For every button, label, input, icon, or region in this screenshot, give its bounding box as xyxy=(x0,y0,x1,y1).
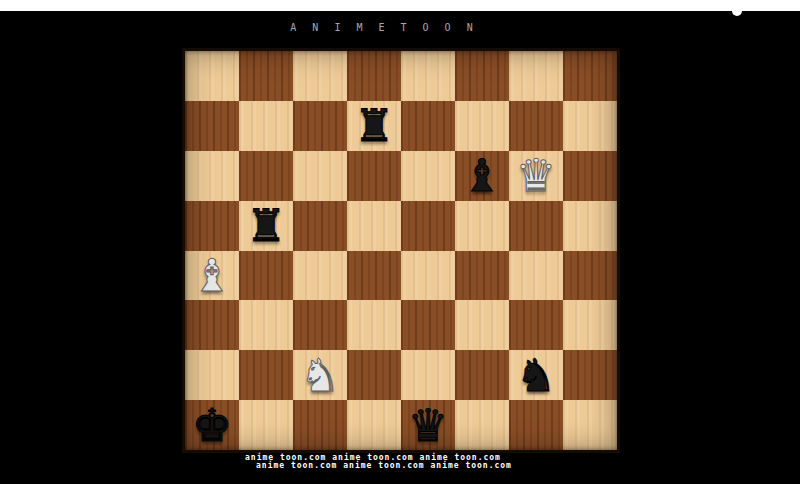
square-a7[interactable] xyxy=(185,101,239,151)
square-c7[interactable] xyxy=(293,101,347,151)
square-f6[interactable]: ♝ xyxy=(455,151,509,201)
square-b5[interactable]: ♜ xyxy=(239,201,293,251)
piece-black-rook-d7[interactable]: ♜ xyxy=(347,101,401,151)
square-c3[interactable] xyxy=(293,300,347,350)
square-f8[interactable] xyxy=(455,51,509,101)
piece-black-rook-b5[interactable]: ♜ xyxy=(239,201,293,251)
square-f5[interactable] xyxy=(455,201,509,251)
square-b2[interactable] xyxy=(239,350,293,400)
square-a2[interactable] xyxy=(185,350,239,400)
square-c4[interactable] xyxy=(293,251,347,301)
square-f2[interactable] xyxy=(455,350,509,400)
square-e4[interactable] xyxy=(401,251,455,301)
square-h3[interactable] xyxy=(563,300,617,350)
top-white-bar xyxy=(0,0,800,11)
piece-white-knight-c2[interactable]: ♞ xyxy=(293,350,347,400)
square-f1[interactable] xyxy=(455,400,509,450)
site-title: A N I M E T O O N xyxy=(0,22,768,33)
square-f4[interactable] xyxy=(455,251,509,301)
square-b4[interactable] xyxy=(239,251,293,301)
square-a6[interactable] xyxy=(185,151,239,201)
square-d3[interactable] xyxy=(347,300,401,350)
square-g5[interactable] xyxy=(509,201,563,251)
square-f7[interactable] xyxy=(455,101,509,151)
square-g3[interactable] xyxy=(509,300,563,350)
square-c2[interactable]: ♞ xyxy=(293,350,347,400)
square-a5[interactable] xyxy=(185,201,239,251)
square-e3[interactable] xyxy=(401,300,455,350)
piece-black-knight-g2[interactable]: ♞ xyxy=(509,350,563,400)
top-right-glyph-artifact xyxy=(732,11,742,16)
square-d4[interactable] xyxy=(347,251,401,301)
square-d2[interactable] xyxy=(347,350,401,400)
piece-black-king-a1[interactable]: ♚ xyxy=(185,400,239,450)
square-c8[interactable] xyxy=(293,51,347,101)
square-e6[interactable] xyxy=(401,151,455,201)
piece-black-bishop-f6[interactable]: ♝ xyxy=(455,151,509,201)
square-e2[interactable] xyxy=(401,350,455,400)
square-a3[interactable] xyxy=(185,300,239,350)
square-h6[interactable] xyxy=(563,151,617,201)
square-g1[interactable] xyxy=(509,400,563,450)
square-h8[interactable] xyxy=(563,51,617,101)
square-a8[interactable] xyxy=(185,51,239,101)
square-d5[interactable] xyxy=(347,201,401,251)
piece-black-queen-e1[interactable]: ♛ xyxy=(401,400,455,450)
square-g7[interactable] xyxy=(509,101,563,151)
square-g2[interactable]: ♞ xyxy=(509,350,563,400)
chess-board-frame: ♜♝♛♜♝♞♞♚♛ xyxy=(182,48,620,453)
square-d1[interactable] xyxy=(347,400,401,450)
square-h5[interactable] xyxy=(563,201,617,251)
piece-white-bishop-a4[interactable]: ♝ xyxy=(185,251,239,301)
square-e5[interactable] xyxy=(401,201,455,251)
square-d6[interactable] xyxy=(347,151,401,201)
square-a1[interactable]: ♚ xyxy=(185,400,239,450)
square-b8[interactable] xyxy=(239,51,293,101)
square-a4[interactable]: ♝ xyxy=(185,251,239,301)
square-g6[interactable]: ♛ xyxy=(509,151,563,201)
square-b1[interactable] xyxy=(239,400,293,450)
square-f3[interactable] xyxy=(455,300,509,350)
square-d8[interactable] xyxy=(347,51,401,101)
square-h1[interactable] xyxy=(563,400,617,450)
square-b7[interactable] xyxy=(239,101,293,151)
square-c5[interactable] xyxy=(293,201,347,251)
square-e1[interactable]: ♛ xyxy=(401,400,455,450)
square-e8[interactable] xyxy=(401,51,455,101)
square-g8[interactable] xyxy=(509,51,563,101)
page: A N I M E T O O N ♜♝♛♜♝♞♞♚♛ anime toon.c… xyxy=(0,0,800,484)
square-h4[interactable] xyxy=(563,251,617,301)
watermark-line-2: anime toon.com anime toon.com anime toon… xyxy=(256,462,512,470)
square-c1[interactable] xyxy=(293,400,347,450)
square-h7[interactable] xyxy=(563,101,617,151)
piece-white-queen-g6[interactable]: ♛ xyxy=(509,151,563,201)
square-h2[interactable] xyxy=(563,350,617,400)
square-e7[interactable] xyxy=(401,101,455,151)
square-c6[interactable] xyxy=(293,151,347,201)
square-b3[interactable] xyxy=(239,300,293,350)
square-d7[interactable]: ♜ xyxy=(347,101,401,151)
chess-board: ♜♝♛♜♝♞♞♚♛ xyxy=(185,51,617,450)
square-b6[interactable] xyxy=(239,151,293,201)
square-g4[interactable] xyxy=(509,251,563,301)
